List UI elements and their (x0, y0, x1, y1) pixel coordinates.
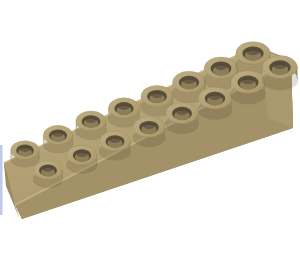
stud-hole-core-shadow (152, 92, 163, 97)
stud-hole-core-shadow (144, 124, 155, 129)
stud-hole-core-shadow (20, 147, 30, 152)
left-edge-blue-strip (0, 145, 3, 215)
product-image-canvas (0, 0, 300, 265)
stud-hole-core-shadow (43, 167, 53, 172)
stud-hole-core-shadow (247, 49, 259, 55)
stud-hole-core-shadow (209, 94, 220, 100)
stud-hole-core-shadow (53, 132, 63, 137)
stud-hole-core-shadow (183, 78, 194, 84)
stud-hole-core-shadow (177, 109, 188, 115)
stud-hole-core-shadow (110, 138, 120, 143)
stud-hole-core-shadow (119, 105, 130, 110)
stud-hole-core-shadow (242, 78, 254, 84)
stud-hole-core-shadow (274, 63, 286, 69)
duplo-plate (0, 42, 298, 220)
stud-hole-core-shadow (215, 64, 226, 70)
stud-hole-core-shadow (86, 118, 96, 123)
duplo-plate-render (0, 0, 300, 265)
stud-hole-core-shadow (77, 152, 87, 157)
